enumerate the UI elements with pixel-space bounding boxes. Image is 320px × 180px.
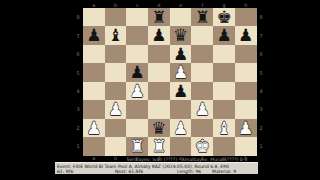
square-a4[interactable] — [83, 82, 105, 100]
square-h7[interactable]: ♟ — [235, 26, 257, 44]
square-e5[interactable]: ♟ — [170, 63, 192, 81]
white-pawn-f3: ♟ — [191, 100, 213, 118]
rank-label-7: 7 — [74, 26, 82, 44]
rank-label-4: 4 — [74, 82, 82, 100]
rank-label-7: 7 — [257, 26, 265, 44]
rank-label-8: 8 — [257, 8, 265, 26]
video-frame: abcdefgh 87654321 87654321 ♜♜♚♟♝♟♛♟♟♟♟♟♟… — [0, 0, 320, 180]
square-g8[interactable]: ♚ — [213, 8, 235, 26]
square-c1[interactable]: ♜ — [126, 137, 148, 155]
white-pawn-a2: ♟ — [83, 119, 105, 137]
square-b5[interactable] — [105, 63, 127, 81]
square-e4[interactable]: ♟ — [170, 82, 192, 100]
black-king-g8: ♚ — [213, 8, 235, 26]
square-a1[interactable] — [83, 137, 105, 155]
square-c2[interactable] — [126, 119, 148, 137]
square-f2[interactable] — [191, 119, 213, 137]
square-h3[interactable] — [235, 100, 257, 118]
square-d3[interactable] — [148, 100, 170, 118]
white-pawn-h2: ♟ — [235, 119, 257, 137]
black-pawn-e4: ♟ — [170, 82, 192, 100]
square-h2[interactable]: ♟ — [235, 119, 257, 137]
white-king-f1: ♚ — [191, 137, 213, 155]
square-h6[interactable] — [235, 45, 257, 63]
square-g7[interactable]: ♟ — [213, 26, 235, 44]
file-label-b: b — [105, 2, 127, 8]
rank-label-3: 3 — [257, 100, 265, 118]
square-c8[interactable] — [126, 8, 148, 26]
square-b2[interactable] — [105, 119, 127, 137]
game-info-panel: Event: FIDE World Bl Team Pool A, Almaty… — [55, 162, 258, 174]
square-c4[interactable]: ♟ — [126, 82, 148, 100]
event-line: Event: FIDE World Bl Team Pool A, Almaty… — [57, 164, 256, 169]
square-g1[interactable] — [213, 137, 235, 155]
square-h1[interactable] — [235, 137, 257, 155]
white-rook-d1: ♜ — [148, 137, 170, 155]
rank-label-5: 5 — [257, 63, 265, 81]
chess-board: ♜♜♚♟♝♟♛♟♟♟♟♟♟♟♟♟♟♛♟♝♟♜♜♚ — [83, 8, 257, 156]
rank-label-4: 4 — [257, 82, 265, 100]
rank-label-2: 2 — [74, 119, 82, 137]
square-f1[interactable]: ♚ — [191, 137, 213, 155]
square-d6[interactable] — [148, 45, 170, 63]
rank-label-5: 5 — [74, 63, 82, 81]
square-f6[interactable] — [191, 45, 213, 63]
rank-label-3: 3 — [74, 100, 82, 118]
square-g4[interactable] — [213, 82, 235, 100]
square-b8[interactable] — [105, 8, 127, 26]
rank-labels-left: 87654321 — [74, 8, 82, 156]
square-b1[interactable] — [105, 137, 127, 155]
rank-labels-right: 87654321 — [257, 8, 265, 156]
square-d5[interactable] — [148, 63, 170, 81]
black-pawn-c5: ♟ — [126, 63, 148, 81]
square-b4[interactable] — [105, 82, 127, 100]
square-f3[interactable]: ♟ — [191, 100, 213, 118]
square-g5[interactable] — [213, 63, 235, 81]
square-f8[interactable]: ♜ — [191, 8, 213, 26]
square-d4[interactable] — [148, 82, 170, 100]
square-h5[interactable] — [235, 63, 257, 81]
square-d8[interactable]: ♜ — [148, 8, 170, 26]
square-e3[interactable] — [170, 100, 192, 118]
square-c6[interactable] — [126, 45, 148, 63]
rank-label-2: 2 — [257, 119, 265, 137]
white-pawn-e5: ♟ — [170, 63, 192, 81]
square-e7[interactable]: ♛ — [170, 26, 192, 44]
square-e8[interactable] — [170, 8, 192, 26]
square-a7[interactable]: ♟ — [83, 26, 105, 44]
black-queen-e7: ♛ — [170, 26, 192, 44]
square-h8[interactable] — [235, 8, 257, 26]
square-a6[interactable] — [83, 45, 105, 63]
square-f4[interactable] — [191, 82, 213, 100]
black-queen-d2: ♛ — [148, 119, 170, 137]
square-e6[interactable]: ♟ — [170, 45, 192, 63]
black-pawn-e6: ♟ — [170, 45, 192, 63]
square-g3[interactable] — [213, 100, 235, 118]
square-c3[interactable] — [126, 100, 148, 118]
square-a5[interactable] — [83, 63, 105, 81]
square-g6[interactable] — [213, 45, 235, 63]
black-rook-d8: ♜ — [148, 8, 170, 26]
square-c7[interactable] — [126, 26, 148, 44]
square-e2[interactable]: ♟ — [170, 119, 192, 137]
black-bishop-b7: ♝ — [105, 26, 127, 44]
square-b7[interactable]: ♝ — [105, 26, 127, 44]
square-a2[interactable]: ♟ — [83, 119, 105, 137]
rank-label-1: 1 — [257, 137, 265, 155]
file-label-h: h — [235, 2, 257, 8]
rank-label-6: 6 — [74, 45, 82, 63]
square-g2[interactable]: ♝ — [213, 119, 235, 137]
square-d2[interactable]: ♛ — [148, 119, 170, 137]
file-label-e: e — [170, 2, 192, 8]
white-pawn-b3: ♟ — [105, 100, 127, 118]
white-pawn-e2: ♟ — [170, 119, 192, 137]
white-bishop-g2: ♝ — [213, 119, 235, 137]
square-c5[interactable]: ♟ — [126, 63, 148, 81]
square-d1[interactable]: ♜ — [148, 137, 170, 155]
square-d7[interactable]: ♟ — [148, 26, 170, 44]
square-a8[interactable] — [83, 8, 105, 26]
black-pawn-a7: ♟ — [83, 26, 105, 44]
rank-label-6: 6 — [257, 45, 265, 63]
material-indicator: Material: 9 — [212, 169, 236, 174]
move-indicator: 61: Rf6 — [57, 169, 73, 174]
white-pawn-c4: ♟ — [126, 82, 148, 100]
file-label-a: a — [83, 155, 105, 161]
square-f7[interactable] — [191, 26, 213, 44]
black-pawn-g7: ♟ — [213, 26, 235, 44]
black-pawn-h7: ♟ — [235, 26, 257, 44]
black-pawn-d7: ♟ — [148, 26, 170, 44]
length-indicator: Length: 96 — [177, 169, 201, 174]
square-a3[interactable] — [83, 100, 105, 118]
rank-label-1: 1 — [74, 137, 82, 155]
square-b3[interactable]: ♟ — [105, 100, 127, 118]
square-e1[interactable] — [170, 137, 192, 155]
square-h4[interactable] — [235, 82, 257, 100]
square-f5[interactable] — [191, 63, 213, 81]
rank-label-8: 8 — [74, 8, 82, 26]
white-rook-c1: ♜ — [126, 137, 148, 155]
file-label-c: c — [126, 2, 148, 8]
next-move-indicator: Next: 61.Rf6 — [115, 169, 143, 174]
black-rook-f8: ♜ — [191, 8, 213, 26]
square-b6[interactable] — [105, 45, 127, 63]
file-label-a: a — [83, 2, 105, 8]
